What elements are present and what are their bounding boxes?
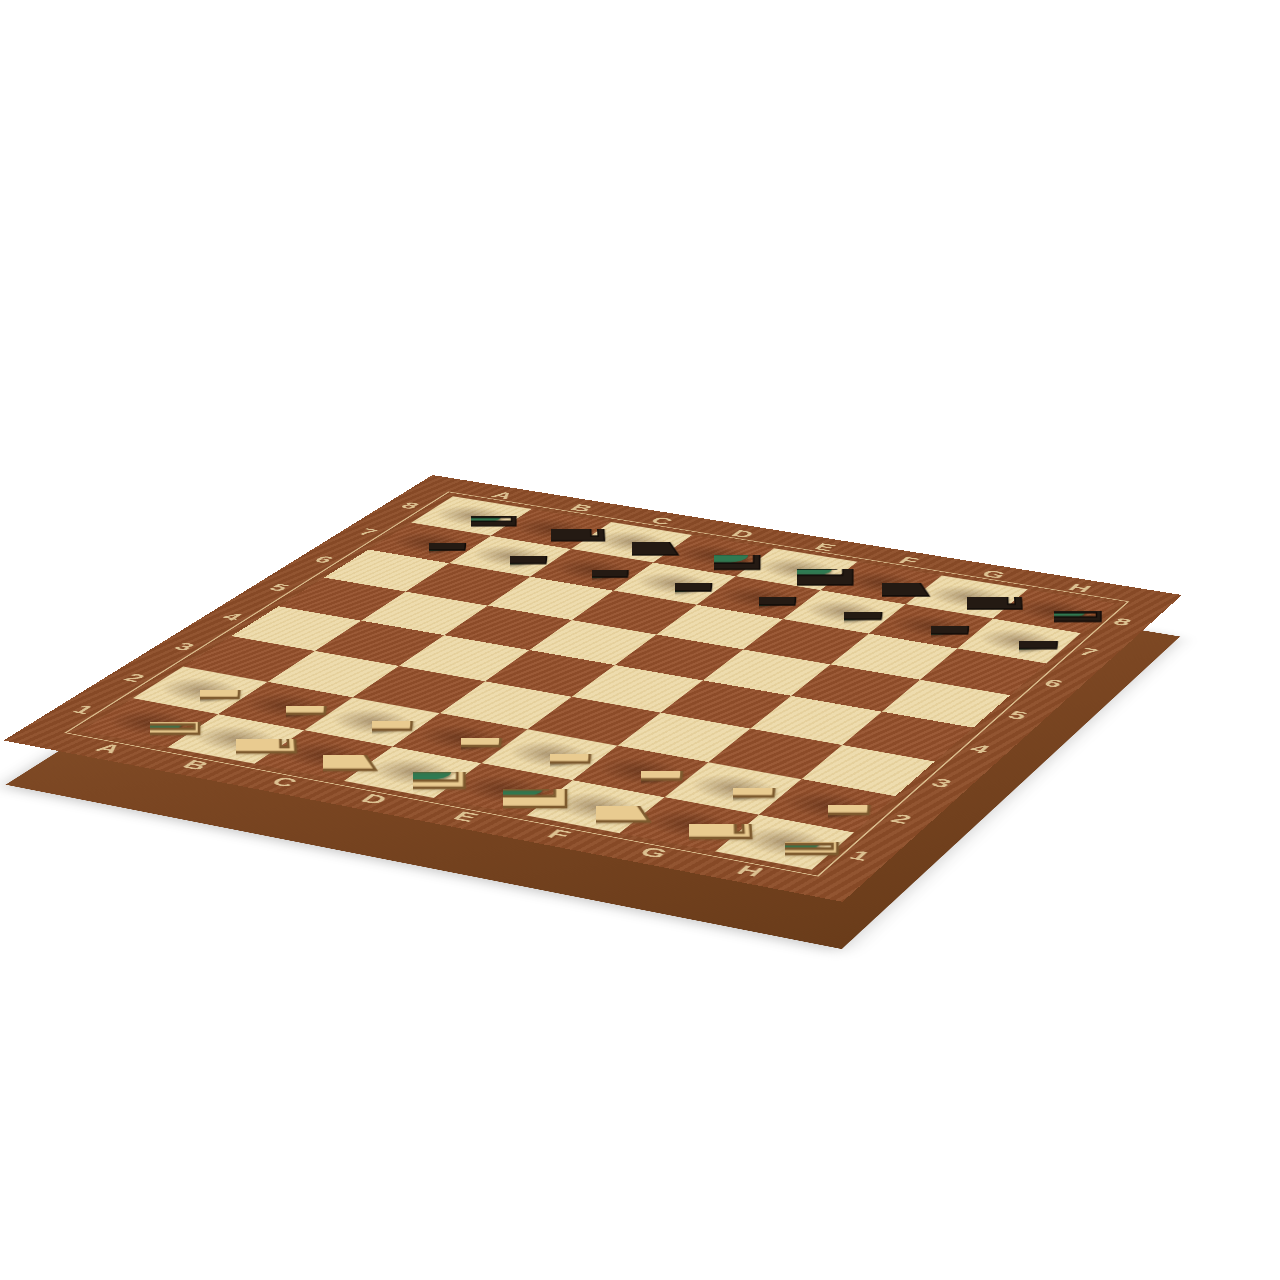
board-frame: ABCDEFGH ABCDEFGH 87654321 87654321 ♜♞♝♛… — [4, 475, 1182, 902]
scene: ABCDEFGH ABCDEFGH 87654321 87654321 ♜♞♝♛… — [0, 0, 1280, 1280]
chess-board: ABCDEFGH ABCDEFGH 87654321 87654321 ♜♞♝♛… — [4, 475, 1182, 902]
